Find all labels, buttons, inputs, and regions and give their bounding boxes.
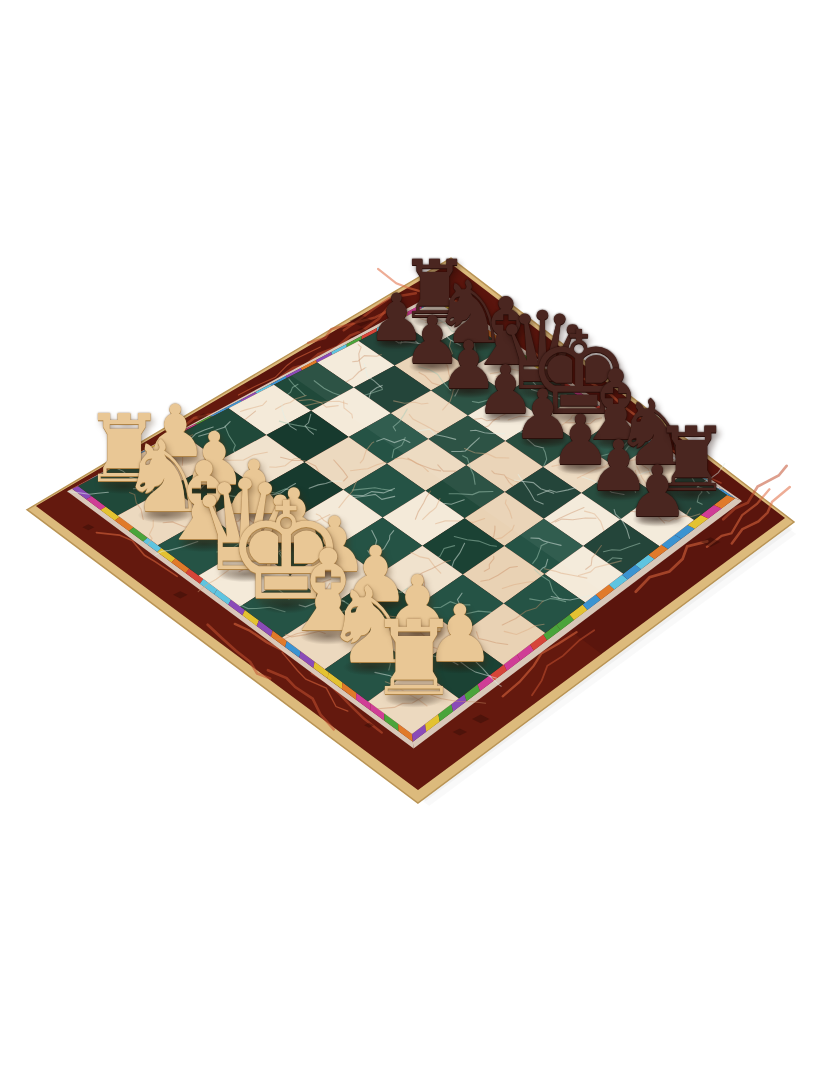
chess-board bbox=[0, 0, 830, 1080]
black-pawn-glyph: ♟ bbox=[626, 456, 690, 527]
chess-set-photo: ♜♟♞♟♝♟♛♟♚♟♝♟♟♞♜♟♟♜♞♟♟♝♟♟♛♟♚♟♝♟♞♜ bbox=[0, 0, 830, 1080]
white-rook-glyph: ♜ bbox=[368, 607, 460, 710]
